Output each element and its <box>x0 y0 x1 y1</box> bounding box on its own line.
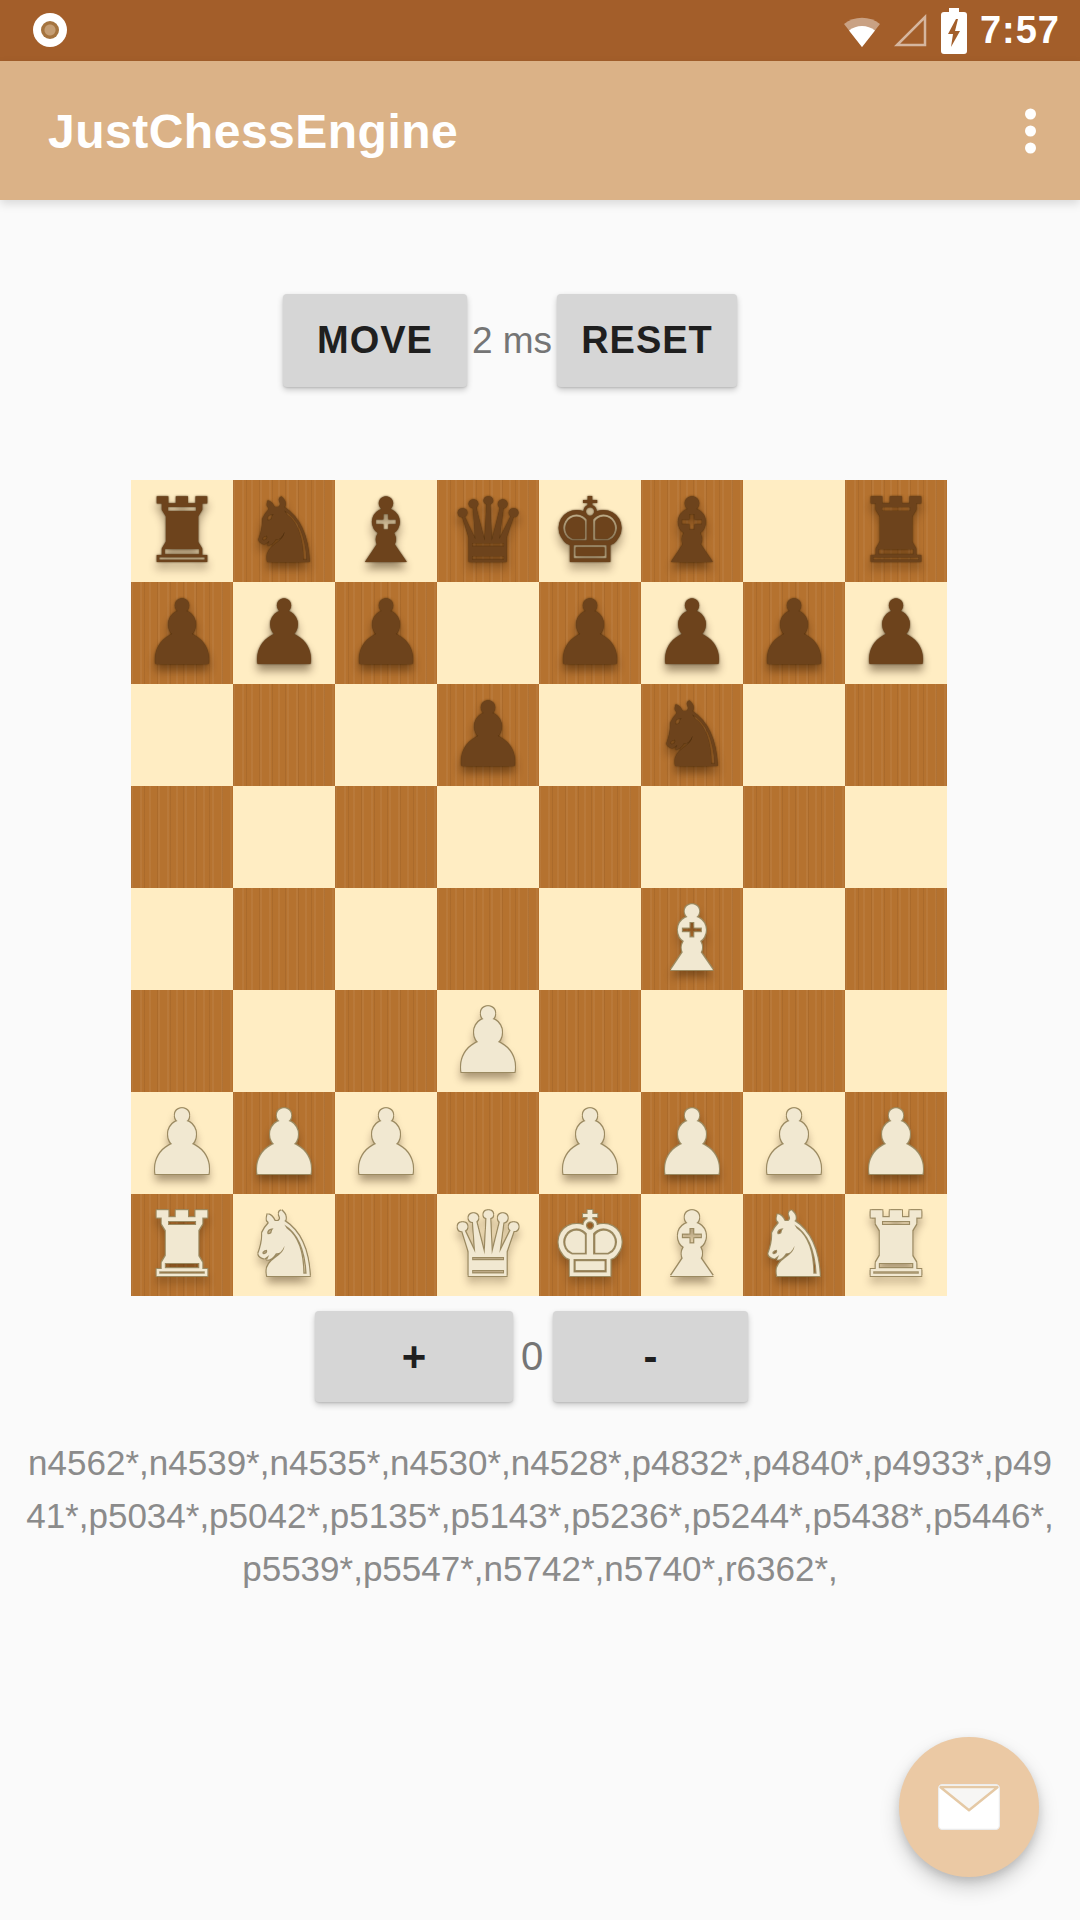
white-pawn-f2: ♟ <box>652 1092 733 1194</box>
square-e5[interactable] <box>539 786 641 888</box>
square-b4[interactable] <box>233 888 335 990</box>
square-d4[interactable] <box>437 888 539 990</box>
square-h6[interactable] <box>845 684 947 786</box>
square-e7[interactable]: ♟ <box>539 582 641 684</box>
white-pawn-a2: ♟ <box>142 1092 223 1194</box>
square-a1[interactable]: ♜ <box>131 1194 233 1296</box>
black-pawn-c7: ♟ <box>346 582 427 684</box>
square-g1[interactable]: ♞ <box>743 1194 845 1296</box>
square-f8[interactable]: ♝ <box>641 480 743 582</box>
black-knight-b8: ♞ <box>244 480 325 582</box>
wifi-icon <box>842 11 882 51</box>
black-knight-f6: ♞ <box>652 684 733 786</box>
black-rook-h8: ♜ <box>856 480 937 582</box>
black-pawn-g7: ♟ <box>754 582 835 684</box>
square-c4[interactable] <box>335 888 437 990</box>
square-d3[interactable]: ♟ <box>437 990 539 1092</box>
square-a7[interactable]: ♟ <box>131 582 233 684</box>
black-pawn-e7: ♟ <box>550 582 631 684</box>
overflow-menu-icon[interactable] <box>1024 105 1036 156</box>
square-e1[interactable]: ♚ <box>539 1194 641 1296</box>
black-pawn-f7: ♟ <box>652 582 733 684</box>
white-pawn-c2: ♟ <box>346 1092 427 1194</box>
square-h2[interactable]: ♟ <box>845 1092 947 1194</box>
square-b1[interactable]: ♞ <box>233 1194 335 1296</box>
square-e6[interactable] <box>539 684 641 786</box>
square-e2[interactable]: ♟ <box>539 1092 641 1194</box>
square-f1[interactable]: ♝ <box>641 1194 743 1296</box>
square-a4[interactable] <box>131 888 233 990</box>
status-bar: 7:57 <box>0 0 1080 61</box>
square-c3[interactable] <box>335 990 437 1092</box>
square-g2[interactable]: ♟ <box>743 1092 845 1194</box>
square-b5[interactable] <box>233 786 335 888</box>
square-f3[interactable] <box>641 990 743 1092</box>
square-h5[interactable] <box>845 786 947 888</box>
white-knight-b1: ♞ <box>244 1194 325 1296</box>
square-h8[interactable]: ♜ <box>845 480 947 582</box>
square-h3[interactable] <box>845 990 947 1092</box>
white-pawn-d3: ♟ <box>448 990 529 1092</box>
square-b6[interactable] <box>233 684 335 786</box>
square-f5[interactable] <box>641 786 743 888</box>
white-pawn-g2: ♟ <box>754 1092 835 1194</box>
square-e4[interactable] <box>539 888 641 990</box>
move-button[interactable]: MOVE <box>283 294 467 387</box>
square-f6[interactable]: ♞ <box>641 684 743 786</box>
white-queen-d1: ♛ <box>448 1194 529 1296</box>
reset-button[interactable]: RESET <box>557 294 737 387</box>
square-a8[interactable]: ♜ <box>131 480 233 582</box>
square-e3[interactable] <box>539 990 641 1092</box>
square-c1[interactable] <box>335 1194 437 1296</box>
black-rook-a8: ♜ <box>142 480 223 582</box>
share-fab[interactable] <box>899 1737 1039 1877</box>
square-b3[interactable] <box>233 990 335 1092</box>
white-pawn-h2: ♟ <box>856 1092 937 1194</box>
square-f7[interactable]: ♟ <box>641 582 743 684</box>
decrease-depth-button[interactable]: - <box>553 1311 748 1402</box>
chess-board[interactable]: ♜♞♝♛♚♝♜♟♟♟♟♟♟♟♟♞♝♟♟♟♟♟♟♟♟♜♞♛♚♝♞♜ <box>131 480 947 1296</box>
engine-time-label: 2 ms <box>472 294 552 387</box>
square-a6[interactable] <box>131 684 233 786</box>
square-d1[interactable]: ♛ <box>437 1194 539 1296</box>
square-c5[interactable] <box>335 786 437 888</box>
black-pawn-b7: ♟ <box>244 582 325 684</box>
square-g6[interactable] <box>743 684 845 786</box>
square-h4[interactable] <box>845 888 947 990</box>
square-f4[interactable]: ♝ <box>641 888 743 990</box>
square-c7[interactable]: ♟ <box>335 582 437 684</box>
square-g7[interactable]: ♟ <box>743 582 845 684</box>
square-d6[interactable]: ♟ <box>437 684 539 786</box>
square-d7[interactable] <box>437 582 539 684</box>
white-king-e1: ♚ <box>550 1194 631 1296</box>
square-d8[interactable]: ♛ <box>437 480 539 582</box>
black-pawn-d6: ♟ <box>448 684 529 786</box>
increase-depth-button[interactable]: + <box>315 1311 513 1402</box>
square-d5[interactable] <box>437 786 539 888</box>
white-rook-a1: ♜ <box>142 1194 223 1296</box>
square-g5[interactable] <box>743 786 845 888</box>
white-knight-g1: ♞ <box>754 1194 835 1296</box>
black-king-e8: ♚ <box>550 480 631 582</box>
square-h1[interactable]: ♜ <box>845 1194 947 1296</box>
square-f2[interactable]: ♟ <box>641 1092 743 1194</box>
square-g4[interactable] <box>743 888 845 990</box>
white-pawn-e2: ♟ <box>550 1092 631 1194</box>
white-bishop-f1: ♝ <box>652 1194 733 1296</box>
app-title: JustChessEngine <box>48 103 458 158</box>
status-time: 7:57 <box>980 9 1060 52</box>
square-b8[interactable]: ♞ <box>233 480 335 582</box>
square-b2[interactable]: ♟ <box>233 1092 335 1194</box>
status-icons: 7:57 <box>832 0 1060 61</box>
moves-output: n4562*,n4539*,n4535*,n4530*,n4528*,p4832… <box>0 1436 1080 1595</box>
square-b7[interactable]: ♟ <box>233 582 335 684</box>
app-bar: JustChessEngine <box>0 61 1080 200</box>
square-c2[interactable]: ♟ <box>335 1092 437 1194</box>
black-bishop-c8: ♝ <box>346 480 427 582</box>
black-bishop-f8: ♝ <box>652 480 733 582</box>
white-bishop-f4: ♝ <box>652 888 733 990</box>
square-a2[interactable]: ♟ <box>131 1092 233 1194</box>
notification-ring-icon <box>33 13 67 47</box>
white-rook-h1: ♜ <box>856 1194 937 1296</box>
square-a3[interactable] <box>131 990 233 1092</box>
square-g3[interactable] <box>743 990 845 1092</box>
square-h7[interactable]: ♟ <box>845 582 947 684</box>
square-a5[interactable] <box>131 786 233 888</box>
black-queen-d8: ♛ <box>448 480 529 582</box>
envelope-icon <box>937 1783 1001 1831</box>
white-pawn-b2: ♟ <box>244 1092 325 1194</box>
square-d2[interactable] <box>437 1092 539 1194</box>
square-c6[interactable] <box>335 684 437 786</box>
square-e8[interactable]: ♚ <box>539 480 641 582</box>
depth-value: 0 <box>521 1311 543 1402</box>
black-pawn-a7: ♟ <box>142 582 223 684</box>
signal-strength-icon <box>892 12 930 50</box>
battery-charging-icon <box>940 7 968 55</box>
square-c8[interactable]: ♝ <box>335 480 437 582</box>
square-g8[interactable] <box>743 480 845 582</box>
black-pawn-h7: ♟ <box>856 582 937 684</box>
